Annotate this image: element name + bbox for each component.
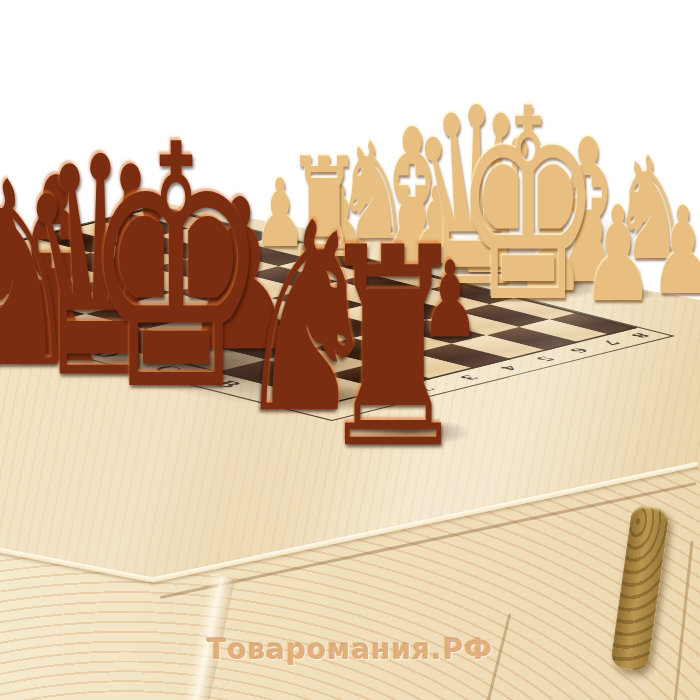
light-pawn[interactable]: ♟ xyxy=(582,189,655,320)
light-pawn[interactable]: ♟ xyxy=(649,191,700,312)
chess-set-photo: 87654321HGFEDCBA ♞♝♛♚♟♞♜♟♟♜♟♞♝♟♛♟♚♟♝♟♞♟ … xyxy=(0,0,700,700)
watermark-text: Товаромания.РФ xyxy=(0,633,700,666)
dark-rook[interactable]: ♜ xyxy=(317,212,470,487)
